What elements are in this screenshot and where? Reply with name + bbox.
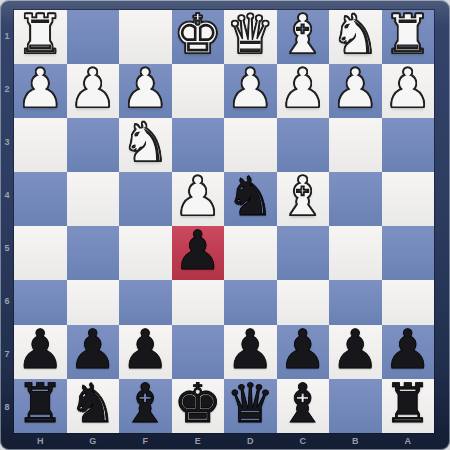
black-pawn-icon: ♟ <box>279 323 327 377</box>
square-h3[interactable] <box>14 118 67 172</box>
square-d1[interactable]: ♛ <box>224 10 277 64</box>
square-c2[interactable]: ♟ <box>277 64 330 118</box>
square-c5[interactable] <box>277 226 330 280</box>
black-bishop-icon: ♝ <box>121 377 169 431</box>
white-pawn-icon: ♟ <box>331 62 379 116</box>
white-pawn-icon: ♟ <box>174 170 222 224</box>
rank-labels: 12345678 <box>0 10 14 433</box>
file-labels: HGFEDCBA <box>14 433 434 448</box>
square-h7[interactable]: ♟ <box>14 325 67 379</box>
rank-label-5: 5 <box>0 222 14 275</box>
square-h1[interactable]: ♜ <box>14 10 67 64</box>
rank-label-3: 3 <box>0 116 14 169</box>
square-f5[interactable] <box>119 226 172 280</box>
square-g3[interactable] <box>67 118 120 172</box>
square-b7[interactable]: ♟ <box>329 325 382 379</box>
square-e5[interactable]: ♟ <box>172 226 225 280</box>
square-e4[interactable]: ♟ <box>172 172 225 226</box>
file-label-g: G <box>67 433 120 448</box>
square-f3[interactable]: ♞ <box>119 118 172 172</box>
black-pawn-icon: ♟ <box>69 323 117 377</box>
white-knight-icon: ♞ <box>121 116 169 170</box>
black-pawn-icon: ♟ <box>226 323 274 377</box>
square-a4[interactable] <box>382 172 435 226</box>
square-a2[interactable]: ♟ <box>382 64 435 118</box>
white-pawn-icon: ♟ <box>16 62 64 116</box>
black-pawn-icon: ♟ <box>384 323 432 377</box>
chessboard-widget: 12345678 ♜♚♛♝♞♜♟♟♟♟♟♟♟♞♟♞♝♟♟♟♟♟♟♟♟♜♞♝♚♛♝… <box>0 0 450 450</box>
square-g5[interactable] <box>67 226 120 280</box>
square-g2[interactable]: ♟ <box>67 64 120 118</box>
rank-label-8: 8 <box>0 380 14 433</box>
square-h8[interactable]: ♜ <box>14 379 67 433</box>
square-b1[interactable]: ♞ <box>329 10 382 64</box>
white-king-icon: ♚ <box>174 8 222 62</box>
white-pawn-icon: ♟ <box>226 62 274 116</box>
square-g1[interactable] <box>67 10 120 64</box>
square-f7[interactable]: ♟ <box>119 325 172 379</box>
white-bishop-icon: ♝ <box>279 170 327 224</box>
square-e2[interactable] <box>172 64 225 118</box>
square-f4[interactable] <box>119 172 172 226</box>
white-bishop-icon: ♝ <box>279 8 327 62</box>
black-knight-icon: ♞ <box>226 170 274 224</box>
square-a7[interactable]: ♟ <box>382 325 435 379</box>
square-a3[interactable] <box>382 118 435 172</box>
square-h4[interactable] <box>14 172 67 226</box>
black-pawn-icon: ♟ <box>331 323 379 377</box>
white-rook-icon: ♜ <box>384 8 432 62</box>
square-g7[interactable]: ♟ <box>67 325 120 379</box>
black-pawn-icon: ♟ <box>16 323 64 377</box>
square-c8[interactable]: ♝ <box>277 379 330 433</box>
file-label-c: C <box>277 433 330 448</box>
square-f2[interactable]: ♟ <box>119 64 172 118</box>
white-pawn-icon: ♟ <box>69 62 117 116</box>
black-queen-icon: ♛ <box>226 377 274 431</box>
square-d5[interactable] <box>224 226 277 280</box>
black-bishop-icon: ♝ <box>279 377 327 431</box>
file-label-a: A <box>382 433 435 448</box>
square-b5[interactable] <box>329 226 382 280</box>
rank-label-4: 4 <box>0 169 14 222</box>
black-knight-icon: ♞ <box>69 377 117 431</box>
file-label-h: H <box>14 433 67 448</box>
square-c3[interactable] <box>277 118 330 172</box>
file-label-d: D <box>224 433 277 448</box>
rank-label-7: 7 <box>0 327 14 380</box>
square-b3[interactable] <box>329 118 382 172</box>
square-d7[interactable]: ♟ <box>224 325 277 379</box>
white-knight-icon: ♞ <box>331 8 379 62</box>
chessboard: ♜♚♛♝♞♜♟♟♟♟♟♟♟♞♟♞♝♟♟♟♟♟♟♟♟♜♞♝♚♛♝♜ <box>14 10 434 433</box>
file-label-e: E <box>172 433 225 448</box>
square-d8[interactable]: ♛ <box>224 379 277 433</box>
square-h5[interactable] <box>14 226 67 280</box>
square-b2[interactable]: ♟ <box>329 64 382 118</box>
rank-label-2: 2 <box>0 63 14 116</box>
black-king-icon: ♚ <box>174 377 222 431</box>
square-a8[interactable]: ♜ <box>382 379 435 433</box>
square-f1[interactable] <box>119 10 172 64</box>
rank-label-6: 6 <box>0 274 14 327</box>
square-c1[interactable]: ♝ <box>277 10 330 64</box>
square-b8[interactable] <box>329 379 382 433</box>
white-pawn-icon: ♟ <box>121 62 169 116</box>
file-label-f: F <box>119 433 172 448</box>
square-e3[interactable] <box>172 118 225 172</box>
black-rook-icon: ♜ <box>384 377 432 431</box>
square-g4[interactable] <box>67 172 120 226</box>
square-g8[interactable]: ♞ <box>67 379 120 433</box>
square-a5[interactable] <box>382 226 435 280</box>
square-e7[interactable] <box>172 325 225 379</box>
file-label-b: B <box>329 433 382 448</box>
black-pawn-icon: ♟ <box>121 323 169 377</box>
square-c7[interactable]: ♟ <box>277 325 330 379</box>
square-d2[interactable]: ♟ <box>224 64 277 118</box>
square-e6[interactable] <box>172 280 225 325</box>
square-d4[interactable]: ♞ <box>224 172 277 226</box>
square-e8[interactable]: ♚ <box>172 379 225 433</box>
white-rook-icon: ♜ <box>16 8 64 62</box>
rank-label-1: 1 <box>0 10 14 63</box>
white-queen-icon: ♛ <box>226 8 274 62</box>
square-e1[interactable]: ♚ <box>172 10 225 64</box>
black-rook-icon: ♜ <box>16 377 64 431</box>
square-b4[interactable] <box>329 172 382 226</box>
white-pawn-icon: ♟ <box>279 62 327 116</box>
square-h2[interactable]: ♟ <box>14 64 67 118</box>
square-a1[interactable]: ♜ <box>382 10 435 64</box>
black-pawn-icon: ♟ <box>174 224 222 278</box>
square-d3[interactable] <box>224 118 277 172</box>
square-f8[interactable]: ♝ <box>119 379 172 433</box>
white-pawn-icon: ♟ <box>384 62 432 116</box>
square-c4[interactable]: ♝ <box>277 172 330 226</box>
